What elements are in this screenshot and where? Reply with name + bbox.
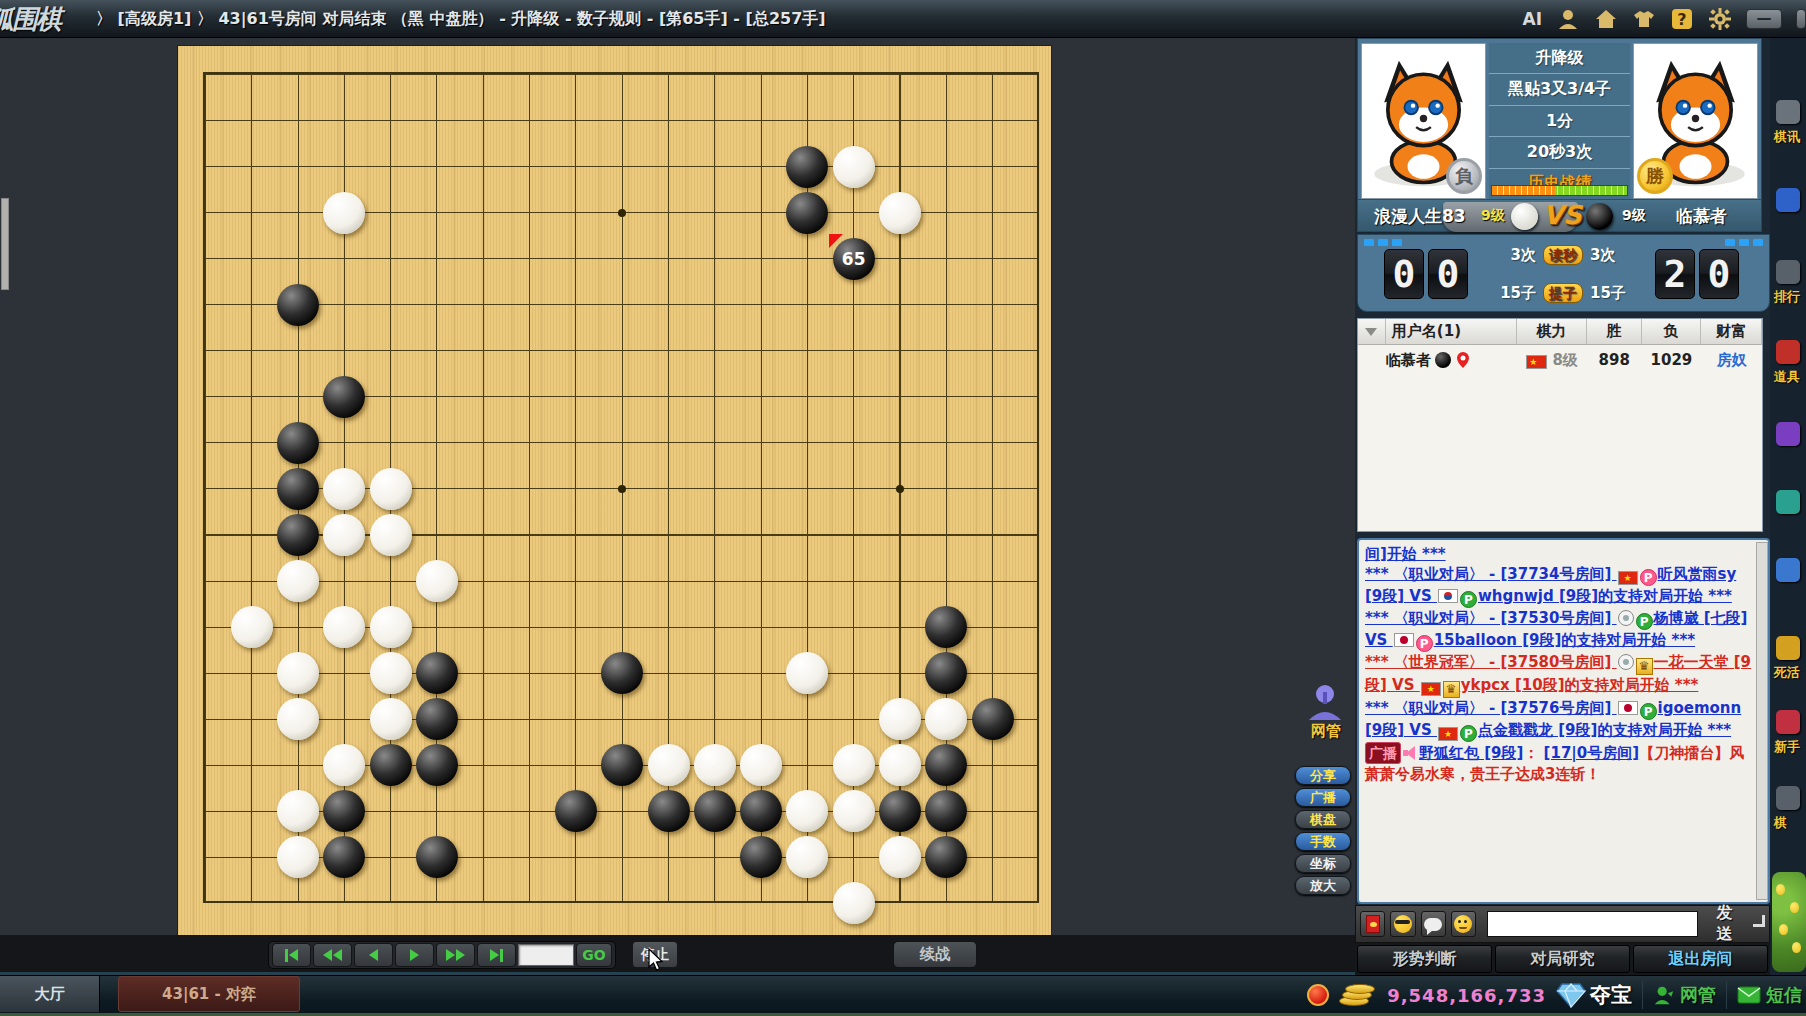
tool-board-button[interactable]: 棋盘: [1295, 810, 1351, 829]
back-button[interactable]: [354, 943, 393, 967]
stone-white: [370, 652, 412, 694]
player-left-name: 浪漫人生83: [1374, 205, 1466, 228]
stone-white: [786, 790, 828, 832]
speaker-icon: [1403, 746, 1417, 760]
user-icon[interactable]: [1556, 7, 1580, 31]
admin-avatar-icon[interactable]: [1305, 682, 1345, 722]
home-icon[interactable]: [1594, 7, 1618, 31]
stone-white: [833, 744, 875, 786]
app-window: 狐围棋 〉 [高级房1] 〉 43|61号房间 对局结束 （黑 中盘胜） - 升…: [0, 0, 1806, 1016]
chat-input[interactable]: [1487, 911, 1698, 937]
status-bar: 大厅 43|61 - 对弈 9,548,166,733 夺宝 网管 短信: [0, 975, 1806, 1016]
pro-badge-icon: P: [1640, 703, 1657, 720]
stone-white: [323, 514, 365, 556]
vs-label: VS: [1543, 200, 1582, 230]
send-button[interactable]: 发送: [1717, 903, 1765, 945]
stone-black: [555, 790, 597, 832]
first-move-button[interactable]: [272, 943, 311, 967]
stone-black: [323, 836, 365, 878]
diamond-icon: [1556, 982, 1586, 1008]
stone-last-move: 65: [833, 238, 875, 280]
stone-white: [694, 744, 736, 786]
chat-toolbar: 发送: [1355, 905, 1770, 943]
right-edge-strip: 棋讯排行道具死活新手棋: [1770, 38, 1806, 975]
player-right-name: 临慕者: [1676, 205, 1727, 228]
cn-flag-icon: ★: [1618, 571, 1638, 585]
help-icon[interactable]: ?: [1670, 7, 1694, 31]
move-number-input[interactable]: [518, 944, 574, 966]
stone-black: [416, 698, 458, 740]
strip-tool-icon[interactable]: [1776, 422, 1800, 446]
strip-tool-label: 新手: [1774, 738, 1806, 756]
player-left-rank: 9级: [1481, 207, 1505, 225]
go-board: 65: [178, 46, 1051, 935]
fast-back-button[interactable]: [313, 943, 352, 967]
stone-black: [416, 652, 458, 694]
strip-tool-icon[interactable]: [1776, 260, 1800, 284]
stone-black: [925, 652, 967, 694]
pro-badge-icon: P: [1636, 613, 1653, 630]
white-stone-icon: [1511, 203, 1538, 230]
chat-scrollbar[interactable]: [1756, 542, 1768, 900]
strip-tool-label: 道具: [1774, 368, 1806, 386]
jp-flag-icon: [1618, 701, 1638, 715]
strip-tool-label: 死活: [1774, 664, 1806, 682]
stone-white: [323, 468, 365, 510]
pro-badge-icon: P: [1460, 725, 1477, 742]
stone-white: [416, 560, 458, 602]
admin-label: 网管: [1303, 722, 1349, 741]
stone-black: [925, 790, 967, 832]
right-score-digit-2: 0: [1699, 249, 1739, 299]
stone-white: [370, 468, 412, 510]
app-logo: 狐围棋: [0, 2, 60, 37]
continue-button[interactable]: 续战: [893, 941, 977, 968]
pro-badge-icon: P: [1416, 635, 1433, 652]
stone-black: [416, 836, 458, 878]
window-button-cut[interactable]: [1796, 9, 1806, 29]
stone-white: [833, 790, 875, 832]
cool-emoji-button[interactable]: [1390, 911, 1415, 937]
strip-tool-icon[interactable]: [1776, 188, 1800, 212]
captures-right: 15子: [1590, 284, 1626, 303]
crown-badge-icon: ♛: [1636, 658, 1653, 675]
avatar-right[interactable]: 勝: [1633, 43, 1758, 199]
game-research-button[interactable]: 对局研究: [1495, 945, 1630, 973]
pro-badge-icon: P: [1640, 569, 1657, 586]
stone-black: [416, 744, 458, 786]
stone-black: [277, 468, 319, 510]
board-grid[interactable]: 65: [203, 72, 1039, 903]
go-button[interactable]: GO: [576, 943, 612, 967]
stone-white: [833, 882, 875, 924]
envelope-icon: [1737, 986, 1761, 1004]
rule-maintime: 1分: [1489, 106, 1630, 137]
stone-white: [277, 698, 319, 740]
star-point: [896, 485, 904, 493]
star-point: [618, 485, 626, 493]
strip-tool-icon[interactable]: [1776, 710, 1800, 734]
user-list: 用户名(1) 棋力 胜 负 财富 临慕者 ★ 8级 898 1029 房奴: [1357, 318, 1763, 532]
stone-black: [925, 606, 967, 648]
stone-black: [925, 836, 967, 878]
breadcrumb: 〉 [高级房1] 〉 43|61号房间 对局结束 （黑 中盘胜） - 升降级 -…: [96, 9, 826, 30]
user-row[interactable]: 临慕者 ★ 8级 898 1029 房奴: [1358, 345, 1762, 375]
star-point: [618, 209, 626, 217]
gear-icon[interactable]: [1708, 7, 1732, 31]
strip-tool-icon[interactable]: [1776, 340, 1800, 364]
chat-message[interactable]: *** 〈职业对局〉 - [37734号房间] ★P听风赏雨sy [9段] VS…: [1365, 564, 1752, 608]
red-envelope-button[interactable]: [1360, 911, 1385, 937]
stone-white: [370, 698, 412, 740]
tool-share-button[interactable]: 分享: [1295, 766, 1351, 785]
title-bar: 狐围棋 〉 [高级房1] 〉 43|61号房间 对局结束 （黑 中盘胜） - 升…: [0, 0, 1806, 38]
rule-byoyomi: 20秒3次: [1489, 137, 1630, 168]
org-badge-icon: [1618, 654, 1634, 670]
situation-judge-button[interactable]: 形势判断: [1357, 945, 1492, 973]
recharge-icon[interactable]: [1307, 984, 1329, 1006]
result-badge-left: 負: [1446, 158, 1482, 194]
strip-tool-label: 棋讯: [1774, 128, 1806, 146]
captures-left: 15子: [1500, 284, 1536, 303]
stone-black: [370, 744, 412, 786]
col-strength[interactable]: 棋力: [1517, 319, 1587, 344]
stone-white: [277, 652, 319, 694]
strip-tool-icon[interactable]: [1776, 490, 1800, 514]
stone-black: [601, 744, 643, 786]
last-move-button[interactable]: [477, 943, 516, 967]
black-stone-icon: [1586, 203, 1613, 230]
stone-white: [925, 698, 967, 740]
broadcast-badge: 广播: [1365, 742, 1401, 764]
stone-white: [231, 606, 273, 648]
captures-badge: 提子: [1543, 283, 1583, 303]
treasure-button[interactable]: 夺宝: [1556, 981, 1632, 1009]
stone-white: [879, 698, 921, 740]
chat-bubble-button[interactable]: [1421, 911, 1446, 937]
stone-white: [648, 744, 690, 786]
tab-lobby[interactable]: 大厅: [0, 976, 100, 1012]
minimize-button[interactable]: —: [1746, 9, 1782, 29]
stone-black: [277, 422, 319, 464]
user-name-cell: 临慕者: [1386, 351, 1517, 370]
mouse-cursor: [648, 948, 665, 972]
ai-button[interactable]: AI: [1523, 9, 1542, 29]
pro-badge-icon: P: [1460, 591, 1477, 608]
lemon-tree-icon[interactable]: [1772, 872, 1806, 972]
tool-movecount-button[interactable]: 手数: [1295, 832, 1351, 851]
byoyomi-right: 3次: [1590, 246, 1615, 265]
stone-black: [972, 698, 1014, 740]
stone-white: [277, 790, 319, 832]
history-win-bar: [1491, 185, 1628, 196]
tool-coords-button[interactable]: 坐标: [1295, 854, 1351, 873]
strip-tool-icon[interactable]: [1776, 100, 1800, 124]
stone-white: [786, 836, 828, 878]
strip-tool-label: 排行: [1774, 288, 1806, 306]
black-stone-mini-icon: [1435, 352, 1451, 368]
smiley-button[interactable]: [1451, 911, 1476, 937]
stone-black: [694, 790, 736, 832]
shirt-icon[interactable]: [1632, 7, 1656, 31]
rule-komi: 黑贴3又3/4子: [1489, 74, 1630, 105]
stone-black: [786, 146, 828, 188]
left-score-digit-2: 0: [1428, 249, 1468, 299]
chat-message[interactable]: *** 〈世界冠军〉 - [37580号房间] ♛一花一天堂 [9段] VS ★…: [1365, 652, 1752, 698]
cn-flag-icon: ★: [1438, 727, 1458, 741]
stone-white: [277, 836, 319, 878]
rule-type: 升降级: [1489, 43, 1630, 74]
sms-button[interactable]: 短信: [1737, 983, 1802, 1007]
chat-message[interactable]: 间]开始 ***: [1365, 544, 1752, 564]
kr-flag-icon: [1438, 589, 1458, 603]
stone-white: [879, 744, 921, 786]
stone-black: [277, 284, 319, 326]
col-wins[interactable]: 胜: [1587, 319, 1642, 344]
stone-white: [740, 744, 782, 786]
player-card: 負 勝 升降级 黑贴3又3/4子 1分 20秒3次 历史战绩 浪漫人生83 9级…: [1357, 38, 1762, 232]
chat-scrollbar-thumb[interactable]: [1, 198, 9, 290]
vs-bar: 浪漫人生83 9级 VS 9级 临慕者: [1358, 199, 1761, 231]
stone-white: [323, 744, 365, 786]
stone-black: [879, 790, 921, 832]
stone-white: [833, 146, 875, 188]
stone-black: [740, 790, 782, 832]
player-right-rank: 9级: [1622, 207, 1646, 225]
stone-black: [740, 836, 782, 878]
coins-icon: [1339, 982, 1377, 1008]
stone-white: [370, 606, 412, 648]
col-losses[interactable]: 负: [1642, 319, 1702, 344]
stone-black: [601, 652, 643, 694]
col-username[interactable]: 用户名(1): [1386, 319, 1517, 344]
tool-broadcast-button[interactable]: 广播: [1295, 788, 1351, 807]
byoyomi-left: 3次: [1511, 246, 1536, 265]
green-user-icon: [1653, 984, 1675, 1006]
stone-white: [879, 192, 921, 234]
cn-flag-icon: ★: [1526, 355, 1547, 369]
stone-white: [323, 606, 365, 648]
svg-text:?: ?: [1677, 10, 1686, 29]
coin-amount: 9,548,166,733: [1387, 985, 1546, 1006]
forward-button[interactable]: [395, 943, 434, 967]
exit-room-button[interactable]: 退出房间: [1633, 945, 1768, 973]
stone-white: [370, 514, 412, 556]
send-arrow-icon: [1753, 915, 1765, 927]
stone-black: [323, 790, 365, 832]
stone-white: [879, 836, 921, 878]
crown-badge-icon: ♛: [1443, 681, 1460, 698]
jp-flag-icon: [1394, 633, 1414, 647]
tab-current-room[interactable]: 43|61 - 对弈: [118, 976, 300, 1012]
avatar-left[interactable]: 負: [1361, 43, 1486, 199]
fast-forward-button[interactable]: [436, 943, 475, 967]
tool-zoom-button[interactable]: 放大: [1295, 876, 1351, 895]
strip-tool-icon[interactable]: [1776, 636, 1800, 660]
result-badge-right: 勝: [1637, 158, 1673, 194]
filter-button[interactable]: [1358, 319, 1386, 344]
rules-panel: 升降级 黑贴3又3/4子 1分 20秒3次 历史战绩: [1489, 43, 1630, 199]
chat-message[interactable]: 广播野狐红包 [9段]： [17|0号房间]【刀神擂台】风萧萧兮易水寒，贵王子达…: [1365, 742, 1752, 784]
org-badge-icon: [1618, 610, 1634, 626]
right-score-digit-1: 2: [1655, 249, 1695, 299]
stone-white: [786, 652, 828, 694]
location-pin-icon: [1456, 351, 1470, 369]
chat-message[interactable]: *** 〈职业对局〉 - [37530号房间] P杨博崴 [七段] VS P15…: [1365, 608, 1752, 652]
stone-black: [323, 376, 365, 418]
byoyomi-badge: 读秒: [1543, 245, 1583, 265]
chat-message[interactable]: *** 〈职业对局〉 - [37576号房间] Pigoemonn [9段] V…: [1365, 698, 1752, 742]
left-score-digit-1: 0: [1384, 249, 1424, 299]
stone-black: [925, 744, 967, 786]
replay-nav-bar: GO 停止 续战: [0, 935, 1355, 975]
score-panel: 0 0 2 0 3次 读秒 3次 15子 提子 15子: [1357, 234, 1770, 312]
stone-white: [323, 192, 365, 234]
chat-log: 间]开始 ****** 〈职业对局〉 - [37734号房间] ★P听风赏雨sy…: [1357, 538, 1770, 904]
strip-tool-icon[interactable]: [1776, 786, 1800, 810]
strip-tool-label: 棋: [1774, 814, 1806, 832]
netadmin-button[interactable]: 网管: [1653, 983, 1716, 1007]
cn-flag-icon: ★: [1421, 682, 1441, 696]
col-wealth[interactable]: 财富: [1701, 319, 1762, 344]
stone-black: [648, 790, 690, 832]
stone-black: [277, 514, 319, 556]
stone-white: [277, 560, 319, 602]
strip-tool-icon[interactable]: [1776, 558, 1800, 582]
stone-black: [786, 192, 828, 234]
